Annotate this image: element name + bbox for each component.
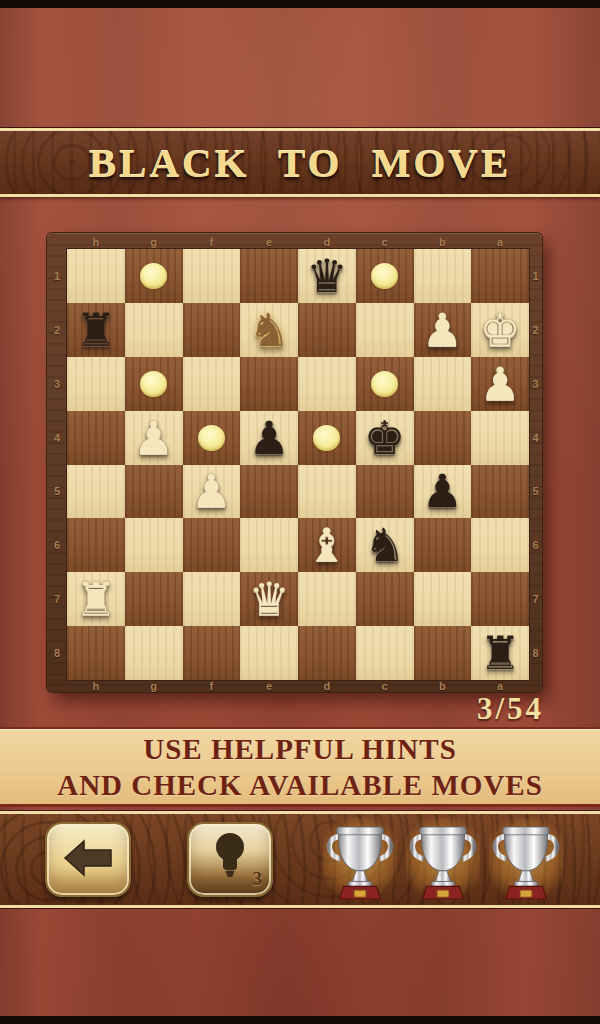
- square-e4[interactable]: ♟: [240, 411, 298, 465]
- white-pawn-g4[interactable]: ♟: [133, 415, 174, 461]
- title-banner: BLACK TO MOVE: [0, 128, 600, 197]
- square-a7[interactable]: [471, 572, 529, 626]
- square-g6[interactable]: [125, 518, 183, 572]
- file-label-c: c: [356, 680, 414, 692]
- square-b4[interactable]: [414, 411, 472, 465]
- square-e5[interactable]: [240, 465, 298, 519]
- square-g7[interactable]: [125, 572, 183, 626]
- rank-label-6: 6: [529, 518, 542, 572]
- rank-labels-left: 12345678: [47, 249, 67, 680]
- square-b1[interactable]: [414, 249, 472, 303]
- left-arrow-icon: [61, 837, 115, 883]
- white-pawn-b2[interactable]: ♟: [422, 307, 463, 353]
- square-g4[interactable]: ♟: [125, 411, 183, 465]
- square-e7[interactable]: ♛: [240, 572, 298, 626]
- square-c3[interactable]: [356, 357, 414, 411]
- rank-label-1: 1: [47, 249, 67, 303]
- square-a6[interactable]: [471, 518, 529, 572]
- square-h2[interactable]: ♜: [67, 303, 125, 357]
- square-g2[interactable]: [125, 303, 183, 357]
- rank-label-3: 3: [529, 357, 542, 411]
- rank-label-7: 7: [529, 572, 542, 626]
- square-f6[interactable]: [183, 518, 241, 572]
- black-rook-a8[interactable]: ♜: [480, 630, 521, 676]
- square-d7[interactable]: [298, 572, 356, 626]
- title-text: BLACK TO MOVE: [89, 139, 512, 187]
- square-a5[interactable]: [471, 465, 529, 519]
- hint-banner: USE HELPFUL HINTS AND CHECK AVAILABLE MO…: [0, 727, 600, 807]
- file-label-b: b: [414, 234, 472, 249]
- square-d4[interactable]: [298, 411, 356, 465]
- square-f4[interactable]: [183, 411, 241, 465]
- square-d6[interactable]: ♝: [298, 518, 356, 572]
- rank-label-6: 6: [47, 518, 67, 572]
- rank-label-5: 5: [47, 465, 67, 519]
- white-pawn-a3[interactable]: ♟: [480, 361, 521, 407]
- rank-label-2: 2: [47, 303, 67, 357]
- square-b3[interactable]: [414, 357, 472, 411]
- square-a8[interactable]: ♜: [471, 626, 529, 680]
- square-e1[interactable]: [240, 249, 298, 303]
- file-labels-top: hgfedcba: [67, 234, 529, 249]
- app-screen: BLACK TO MOVE hgfedcba hgfedcba 12345678…: [0, 0, 600, 1024]
- trophy-icon-2: [406, 818, 480, 907]
- lightbulb-icon: [211, 830, 249, 890]
- puzzle-progress-counter: 3/54: [477, 691, 544, 727]
- square-g3[interactable]: [125, 357, 183, 411]
- trophy-icon-1: [323, 818, 397, 907]
- file-label-f: f: [183, 234, 241, 249]
- square-f1[interactable]: [183, 249, 241, 303]
- white-rook-h7[interactable]: ♜: [75, 576, 116, 622]
- legal-move-dot-c1[interactable]: [371, 263, 398, 289]
- square-c8[interactable]: [356, 626, 414, 680]
- black-pawn-b5[interactable]: ♟: [422, 468, 463, 514]
- square-b7[interactable]: [414, 572, 472, 626]
- square-g8[interactable]: [125, 626, 183, 680]
- legal-move-dot-g3[interactable]: [140, 371, 167, 397]
- square-h6[interactable]: [67, 518, 125, 572]
- file-label-g: g: [125, 680, 183, 692]
- legal-move-dot-f4[interactable]: [198, 425, 225, 451]
- board-grid: ♛♜♞♟♚♟♟♟♚♟♟♝♞♜♛♜: [67, 249, 529, 680]
- file-labels-bottom: hgfedcba: [67, 680, 529, 692]
- square-f5[interactable]: ♟: [183, 465, 241, 519]
- square-g1[interactable]: [125, 249, 183, 303]
- rank-label-4: 4: [47, 411, 67, 465]
- file-label-g: g: [125, 234, 183, 249]
- square-d2[interactable]: [298, 303, 356, 357]
- black-pawn-e4[interactable]: ♟: [249, 415, 290, 461]
- file-label-h: h: [67, 234, 125, 249]
- white-king-a2[interactable]: ♚: [480, 307, 521, 353]
- legal-move-dot-c3[interactable]: [371, 371, 398, 397]
- square-b5[interactable]: ♟: [414, 465, 472, 519]
- square-h3[interactable]: [67, 357, 125, 411]
- black-knight-e2[interactable]: ♞: [249, 307, 290, 353]
- black-rook-h2[interactable]: ♜: [75, 307, 116, 353]
- black-knight-c6[interactable]: ♞: [364, 522, 405, 568]
- square-a4[interactable]: [471, 411, 529, 465]
- file-label-c: c: [356, 234, 414, 249]
- rank-label-2: 2: [529, 303, 542, 357]
- rank-label-1: 1: [529, 249, 542, 303]
- square-h4[interactable]: [67, 411, 125, 465]
- square-c6[interactable]: ♞: [356, 518, 414, 572]
- legal-move-dot-d4[interactable]: [313, 425, 340, 451]
- square-c1[interactable]: [356, 249, 414, 303]
- rank-label-3: 3: [47, 357, 67, 411]
- square-e2[interactable]: ♞: [240, 303, 298, 357]
- square-d5[interactable]: [298, 465, 356, 519]
- file-label-a: a: [471, 234, 529, 249]
- chess-board: hgfedcba hgfedcba 12345678 12345678 ♛♜♞♟…: [47, 233, 542, 692]
- rank-label-8: 8: [47, 626, 67, 680]
- square-e6[interactable]: [240, 518, 298, 572]
- square-f7[interactable]: [183, 572, 241, 626]
- file-label-b: b: [414, 680, 472, 692]
- hint-banner-line1: USE HELPFUL HINTS: [143, 731, 457, 767]
- bottom-edge-strip: [0, 1016, 600, 1024]
- square-h7[interactable]: ♜: [67, 572, 125, 626]
- square-c5[interactable]: [356, 465, 414, 519]
- square-h8[interactable]: [67, 626, 125, 680]
- file-label-d: d: [298, 234, 356, 249]
- square-d3[interactable]: [298, 357, 356, 411]
- square-e8[interactable]: [240, 626, 298, 680]
- black-queen-d1[interactable]: ♛: [306, 253, 347, 299]
- square-b6[interactable]: [414, 518, 472, 572]
- square-g5[interactable]: [125, 465, 183, 519]
- file-label-h: h: [67, 680, 125, 692]
- square-b8[interactable]: [414, 626, 472, 680]
- trophy-row: [323, 818, 563, 907]
- rank-label-8: 8: [529, 626, 542, 680]
- file-label-d: d: [298, 680, 356, 692]
- rank-label-7: 7: [47, 572, 67, 626]
- back-button[interactable]: [45, 822, 131, 897]
- bottom-toolbar: 3: [0, 811, 600, 908]
- legal-move-dot-g1[interactable]: [140, 263, 167, 289]
- square-d1[interactable]: ♛: [298, 249, 356, 303]
- white-pawn-f5[interactable]: ♟: [191, 468, 232, 514]
- square-b2[interactable]: ♟: [414, 303, 472, 357]
- square-f8[interactable]: [183, 626, 241, 680]
- hint-banner-line2: AND CHECK AVAILABLE MOVES: [57, 767, 543, 803]
- hint-button[interactable]: 3: [187, 822, 273, 897]
- square-e3[interactable]: [240, 357, 298, 411]
- square-c4[interactable]: ♚: [356, 411, 414, 465]
- square-a1[interactable]: [471, 249, 529, 303]
- file-label-e: e: [240, 680, 298, 692]
- white-queen-e7[interactable]: ♛: [249, 576, 290, 622]
- trophy-icon-3: [489, 818, 563, 907]
- rank-labels-right: 12345678: [529, 249, 542, 680]
- square-f3[interactable]: [183, 357, 241, 411]
- hint-count-badge: 3: [253, 868, 263, 890]
- black-king-c4[interactable]: ♚: [364, 415, 405, 461]
- square-d8[interactable]: [298, 626, 356, 680]
- rank-label-4: 4: [529, 411, 542, 465]
- square-h1[interactable]: [67, 249, 125, 303]
- top-edge-strip: [0, 0, 600, 8]
- square-h5[interactable]: [67, 465, 125, 519]
- square-c7[interactable]: [356, 572, 414, 626]
- square-a3[interactable]: ♟: [471, 357, 529, 411]
- file-label-e: e: [240, 234, 298, 249]
- square-f2[interactable]: [183, 303, 241, 357]
- rank-label-5: 5: [529, 465, 542, 519]
- square-c2[interactable]: [356, 303, 414, 357]
- white-bishop-d6[interactable]: ♝: [306, 522, 347, 568]
- square-a2[interactable]: ♚: [471, 303, 529, 357]
- file-label-f: f: [183, 680, 241, 692]
